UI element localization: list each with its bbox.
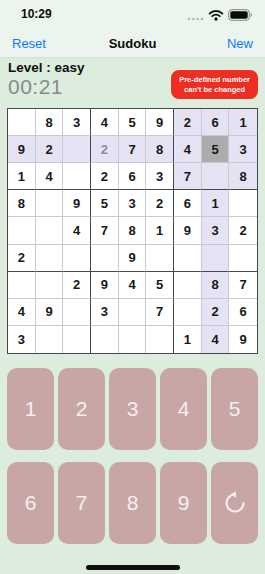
cell-r2c8[interactable]: 5 [202, 136, 230, 163]
cell-r1c6[interactable]: 9 [146, 109, 174, 136]
cell-r4c3[interactable]: 9 [63, 190, 91, 217]
cell-r8c4[interactable]: 3 [91, 299, 119, 326]
cell-r7c5[interactable]: 4 [119, 272, 147, 299]
predefined-warning-badge: Pre-defined number can't be changed [171, 70, 258, 99]
level-label: Level : easy [8, 60, 85, 75]
cell-r9c1[interactable]: 3 [8, 326, 36, 353]
cell-r3c3[interactable] [63, 163, 91, 190]
cell-r9c5[interactable] [119, 326, 147, 353]
numpad-button-9[interactable]: 9 [160, 462, 207, 544]
cell-r6c8[interactable] [202, 245, 230, 272]
cell-r8c7[interactable] [174, 299, 202, 326]
cell-r1c8[interactable]: 6 [202, 109, 230, 136]
cell-r7c1[interactable] [8, 272, 36, 299]
cell-r7c2[interactable] [36, 272, 64, 299]
cell-r9c3[interactable] [63, 326, 91, 353]
cell-r5c2[interactable] [36, 217, 64, 244]
cell-r5c1[interactable] [8, 217, 36, 244]
cell-r4c6[interactable]: 2 [146, 190, 174, 217]
cell-r2c3[interactable] [63, 136, 91, 163]
cell-r4c7[interactable]: 6 [174, 190, 202, 217]
cell-r7c7[interactable] [174, 272, 202, 299]
number-pad: 1 2 3 4 5 6 7 8 9 [7, 368, 258, 556]
undo-button[interactable] [211, 462, 258, 544]
numpad-button-6[interactable]: 6 [7, 462, 54, 544]
cell-r6c6[interactable] [146, 245, 174, 272]
numpad-button-2[interactable]: 2 [58, 368, 105, 450]
cell-r2c5[interactable]: 7 [119, 136, 147, 163]
status-time: 10:29 [21, 7, 52, 21]
cell-r7c9[interactable]: 7 [229, 272, 257, 299]
home-indicator[interactable] [86, 565, 180, 570]
sudoku-board: 8345926192278453142637889532614781932292… [7, 108, 258, 354]
cell-r3c6[interactable]: 3 [146, 163, 174, 190]
cell-r4c4[interactable]: 5 [91, 190, 119, 217]
cell-r9c4[interactable] [91, 326, 119, 353]
cell-r1c4[interactable]: 4 [91, 109, 119, 136]
cell-r7c4[interactable]: 9 [91, 272, 119, 299]
cell-r8c1[interactable]: 4 [8, 299, 36, 326]
new-game-button[interactable]: New [227, 33, 253, 55]
cell-r6c7[interactable] [174, 245, 202, 272]
cell-r5c8[interactable]: 3 [202, 217, 230, 244]
page-title: Sudoku [0, 33, 265, 55]
cell-r5c3[interactable]: 4 [63, 217, 91, 244]
cell-r1c2[interactable]: 8 [36, 109, 64, 136]
cell-r3c1[interactable]: 1 [8, 163, 36, 190]
number-pad-row-2: 6 7 8 9 [7, 462, 258, 544]
cell-r8c6[interactable]: 7 [146, 299, 174, 326]
cell-r3c5[interactable]: 6 [119, 163, 147, 190]
timer: 00:21 [8, 75, 63, 99]
cell-r2c7[interactable]: 4 [174, 136, 202, 163]
number-pad-row-1: 1 2 3 4 5 [7, 368, 258, 450]
cell-r3c9[interactable]: 8 [229, 163, 257, 190]
cell-r7c8[interactable]: 8 [202, 272, 230, 299]
cell-r9c7[interactable]: 1 [174, 326, 202, 353]
cell-r7c3[interactable]: 2 [63, 272, 91, 299]
cell-r8c9[interactable]: 6 [229, 299, 257, 326]
cell-r5c6[interactable]: 1 [146, 217, 174, 244]
cell-r8c2[interactable]: 9 [36, 299, 64, 326]
numpad-button-5[interactable]: 5 [211, 368, 258, 450]
cell-r1c3[interactable]: 3 [63, 109, 91, 136]
cell-r6c9[interactable] [229, 245, 257, 272]
cell-r8c3[interactable] [63, 299, 91, 326]
cell-r5c7[interactable]: 9 [174, 217, 202, 244]
cell-r4c5[interactable]: 3 [119, 190, 147, 217]
wifi-icon [208, 9, 224, 21]
sudoku-app-screen: 10:29 Reset Sudoku New Level : easy 00 [0, 0, 265, 574]
cell-r2c6[interactable]: 8 [146, 136, 174, 163]
numpad-button-7[interactable]: 7 [58, 462, 105, 544]
cell-r2c1[interactable]: 9 [8, 136, 36, 163]
cell-r5c9[interactable]: 2 [229, 217, 257, 244]
battery-full-icon [228, 9, 253, 21]
cell-r7c6[interactable]: 5 [146, 272, 174, 299]
cell-r2c4[interactable]: 2 [91, 136, 119, 163]
counterclockwise-arrow-icon [222, 490, 248, 516]
status-nav-bar: 10:29 Reset Sudoku New [0, 0, 265, 58]
cell-r3c8[interactable] [202, 163, 230, 190]
cell-r6c3[interactable] [63, 245, 91, 272]
cell-r1c5[interactable]: 5 [119, 109, 147, 136]
cell-r9c9[interactable]: 9 [229, 326, 257, 353]
cell-r2c2[interactable]: 2 [36, 136, 64, 163]
cell-r1c1[interactable] [8, 109, 36, 136]
cell-r3c4[interactable]: 2 [91, 163, 119, 190]
cell-r5c4[interactable]: 7 [91, 217, 119, 244]
cell-r6c2[interactable] [36, 245, 64, 272]
cell-r9c6[interactable] [146, 326, 174, 353]
cell-r9c2[interactable] [36, 326, 64, 353]
numpad-button-1[interactable]: 1 [7, 368, 54, 450]
cell-r8c8[interactable]: 2 [202, 299, 230, 326]
numpad-button-8[interactable]: 8 [109, 462, 156, 544]
cell-r1c9[interactable]: 1 [229, 109, 257, 136]
status-icons [187, 9, 253, 21]
cell-r1c7[interactable]: 2 [174, 109, 202, 136]
cell-r3c2[interactable]: 4 [36, 163, 64, 190]
cell-r8c5[interactable] [119, 299, 147, 326]
badge-line-1: Pre-defined number [179, 75, 250, 85]
cell-r6c4[interactable] [91, 245, 119, 272]
cell-r4c2[interactable] [36, 190, 64, 217]
cell-r6c5[interactable]: 9 [119, 245, 147, 272]
cell-r3c7[interactable]: 7 [174, 163, 202, 190]
numpad-button-3[interactable]: 3 [109, 368, 156, 450]
cell-r4c9[interactable] [229, 190, 257, 217]
cell-r2c9[interactable]: 3 [229, 136, 257, 163]
cell-r5c5[interactable]: 8 [119, 217, 147, 244]
badge-line-2: can't be changed [179, 85, 250, 95]
cell-r4c8[interactable]: 1 [202, 190, 230, 217]
cell-r9c8[interactable]: 4 [202, 326, 230, 353]
cellular-signal-icon [187, 10, 204, 21]
cell-r6c1[interactable]: 2 [8, 245, 36, 272]
numpad-button-4[interactable]: 4 [160, 368, 207, 450]
cell-r4c1[interactable]: 8 [8, 190, 36, 217]
